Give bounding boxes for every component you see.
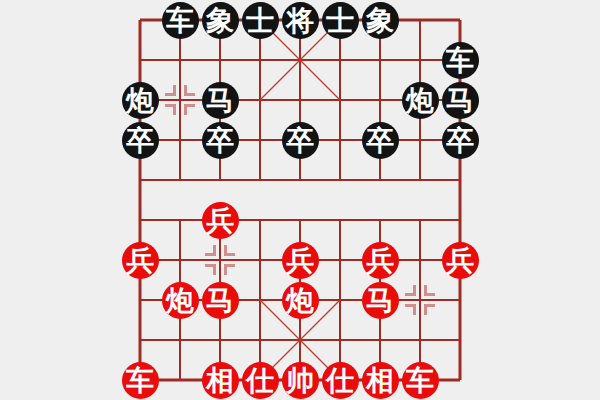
position-marker-corner (184, 85, 195, 96)
red-cannon-piece[interactable]: 炮 (162, 282, 199, 319)
red-elephant-piece[interactable]: 相 (202, 362, 239, 399)
position-marker (200, 240, 240, 280)
red-advisor-piece[interactable]: 仕 (242, 362, 279, 399)
position-marker-corner (165, 104, 176, 115)
position-marker-corner (184, 104, 195, 115)
black-elephant-piece[interactable]: 象 (362, 2, 399, 39)
position-marker-corner (224, 245, 235, 256)
position-marker-corner (224, 264, 235, 275)
red-elephant-piece[interactable]: 相 (362, 362, 399, 399)
red-cannon-piece[interactable]: 炮 (282, 282, 319, 319)
position-marker-corner (205, 264, 216, 275)
black-cannon-piece[interactable]: 炮 (402, 82, 439, 119)
black-advisor-piece[interactable]: 士 (322, 2, 359, 39)
position-marker (160, 80, 200, 120)
black-soldier-piece[interactable]: 卒 (362, 122, 399, 159)
red-chariot-piece[interactable]: 车 (402, 362, 439, 399)
black-soldier-piece[interactable]: 卒 (122, 122, 159, 159)
black-soldier-piece[interactable]: 卒 (202, 122, 239, 159)
red-advisor-piece[interactable]: 仕 (322, 362, 359, 399)
piece-layer: 车象士将士象车炮马炮马卒卒卒卒卒兵兵兵兵兵炮马炮马车相仕帅仕相车 (120, 0, 480, 400)
position-marker-corner (424, 304, 435, 315)
position-marker (400, 280, 440, 320)
position-marker-corner (424, 285, 435, 296)
red-horse-piece[interactable]: 马 (202, 282, 239, 319)
red-soldier-piece[interactable]: 兵 (202, 202, 239, 239)
position-marker-corner (165, 85, 176, 96)
black-soldier-piece[interactable]: 卒 (282, 122, 319, 159)
black-chariot-piece[interactable]: 车 (162, 2, 199, 39)
red-soldier-piece[interactable]: 兵 (442, 242, 479, 279)
position-marker-corner (205, 245, 216, 256)
red-horse-piece[interactable]: 马 (362, 282, 399, 319)
red-soldier-piece[interactable]: 兵 (362, 242, 399, 279)
black-cannon-piece[interactable]: 炮 (122, 82, 159, 119)
red-chariot-piece[interactable]: 车 (122, 362, 159, 399)
black-elephant-piece[interactable]: 象 (202, 2, 239, 39)
black-chariot-piece[interactable]: 车 (442, 42, 479, 79)
black-horse-piece[interactable]: 马 (202, 82, 239, 119)
black-advisor-piece[interactable]: 士 (242, 2, 279, 39)
red-soldier-piece[interactable]: 兵 (122, 242, 159, 279)
xiangqi-board: 车象士将士象车炮马炮马卒卒卒卒卒兵兵兵兵兵炮马炮马车相仕帅仕相车 (0, 0, 600, 400)
black-soldier-piece[interactable]: 卒 (442, 122, 479, 159)
black-horse-piece[interactable]: 马 (442, 82, 479, 119)
position-marker-corner (405, 285, 416, 296)
position-marker-corner (405, 304, 416, 315)
red-soldier-piece[interactable]: 兵 (282, 242, 319, 279)
red-general-piece[interactable]: 帅 (282, 362, 319, 399)
black-general-piece[interactable]: 将 (282, 2, 319, 39)
